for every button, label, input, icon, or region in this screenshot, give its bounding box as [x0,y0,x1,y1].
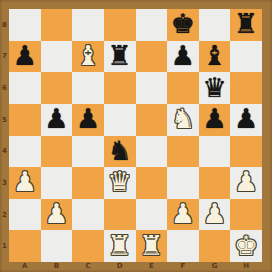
square-g4[interactable] [199,136,231,168]
square-f6[interactable] [167,72,199,104]
square-b8[interactable] [41,9,73,41]
rank-label-6: 6 [0,72,9,104]
file-label-c: C [72,262,104,272]
square-d4[interactable]: ♞ [104,136,136,168]
rank-label-4: 4 [0,136,9,168]
square-f4[interactable] [167,136,199,168]
square-h7[interactable] [230,41,262,73]
square-d6[interactable] [104,72,136,104]
piece-black-pawn[interactable]: ♟ [44,105,68,132]
square-g5[interactable]: ♟ [199,104,231,136]
chess-board: ♚♜♟♝♜♟♝♛♟♟♞♟♟♞♟♛♟♟♟♟♜♜♚ [9,9,262,262]
file-label-e: E [136,262,168,272]
piece-black-queen[interactable]: ♛ [202,74,226,101]
square-b5[interactable]: ♟ [41,104,73,136]
square-b7[interactable] [41,41,73,73]
square-c3[interactable] [72,167,104,199]
square-d7[interactable]: ♜ [104,41,136,73]
file-labels: ABCDEFGH [9,262,262,272]
piece-white-king[interactable]: ♚ [234,232,258,259]
square-b3[interactable] [41,167,73,199]
square-d8[interactable] [104,9,136,41]
piece-white-pawn[interactable]: ♟ [202,200,226,227]
rank-label-1: 1 [0,230,9,262]
file-label-g: G [199,262,231,272]
square-f8[interactable]: ♚ [167,9,199,41]
square-c2[interactable] [72,199,104,231]
piece-black-king[interactable]: ♚ [171,10,195,37]
piece-black-pawn[interactable]: ♟ [171,42,195,69]
file-label-h: H [230,262,262,272]
file-label-a: A [9,262,41,272]
square-a2[interactable] [9,199,41,231]
square-e5[interactable] [136,104,168,136]
square-a8[interactable] [9,9,41,41]
square-a1[interactable] [9,230,41,262]
square-h1[interactable]: ♚ [230,230,262,262]
square-g2[interactable]: ♟ [199,199,231,231]
square-h4[interactable] [230,136,262,168]
square-e1[interactable]: ♜ [136,230,168,262]
square-g7[interactable]: ♝ [199,41,231,73]
square-f1[interactable] [167,230,199,262]
square-b1[interactable] [41,230,73,262]
square-c4[interactable] [72,136,104,168]
square-e4[interactable] [136,136,168,168]
piece-black-pawn[interactable]: ♟ [202,105,226,132]
rank-label-8: 8 [0,9,9,41]
square-g6[interactable]: ♛ [199,72,231,104]
rank-label-2: 2 [0,199,9,231]
square-d2[interactable] [104,199,136,231]
square-h3[interactable]: ♟ [230,167,262,199]
piece-black-pawn[interactable]: ♟ [234,105,258,132]
square-e2[interactable] [136,199,168,231]
piece-black-pawn[interactable]: ♟ [13,42,37,69]
square-f5[interactable]: ♞ [167,104,199,136]
square-e3[interactable] [136,167,168,199]
piece-white-rook[interactable]: ♜ [108,232,132,259]
piece-white-pawn[interactable]: ♟ [171,200,195,227]
square-h8[interactable]: ♜ [230,9,262,41]
square-c5[interactable]: ♟ [72,104,104,136]
piece-white-pawn[interactable]: ♟ [13,168,37,195]
square-e7[interactable] [136,41,168,73]
piece-white-bishop[interactable]: ♝ [76,42,100,69]
square-f7[interactable]: ♟ [167,41,199,73]
square-d3[interactable]: ♛ [104,167,136,199]
piece-black-knight[interactable]: ♞ [108,137,132,164]
square-a4[interactable] [9,136,41,168]
square-e8[interactable] [136,9,168,41]
square-a3[interactable]: ♟ [9,167,41,199]
square-c7[interactable]: ♝ [72,41,104,73]
file-label-b: B [41,262,73,272]
piece-white-pawn[interactable]: ♟ [234,168,258,195]
piece-white-pawn[interactable]: ♟ [44,200,68,227]
square-b2[interactable]: ♟ [41,199,73,231]
file-label-d: D [104,262,136,272]
piece-black-pawn[interactable]: ♟ [76,105,100,132]
piece-white-knight[interactable]: ♞ [171,105,195,132]
square-a7[interactable]: ♟ [9,41,41,73]
piece-black-rook[interactable]: ♜ [108,42,132,69]
square-g3[interactable] [199,167,231,199]
piece-black-rook[interactable]: ♜ [234,10,258,37]
square-d5[interactable] [104,104,136,136]
square-d1[interactable]: ♜ [104,230,136,262]
square-b4[interactable] [41,136,73,168]
piece-white-rook[interactable]: ♜ [139,232,163,259]
square-g1[interactable] [199,230,231,262]
rank-label-7: 7 [0,41,9,73]
chess-board-frame: 87654321 ♚♜♟♝♜♟♝♛♟♟♞♟♟♞♟♛♟♟♟♟♜♜♚ ABCDEFG… [0,0,272,272]
piece-black-bishop[interactable]: ♝ [202,42,226,69]
square-c6[interactable] [72,72,104,104]
square-h6[interactable] [230,72,262,104]
rank-label-5: 5 [0,104,9,136]
piece-white-queen[interactable]: ♛ [108,168,132,195]
square-f3[interactable] [167,167,199,199]
square-c1[interactable] [72,230,104,262]
square-h2[interactable] [230,199,262,231]
rank-label-3: 3 [0,167,9,199]
square-b6[interactable] [41,72,73,104]
square-a5[interactable] [9,104,41,136]
square-g8[interactable] [199,9,231,41]
square-a6[interactable] [9,72,41,104]
rank-labels: 87654321 [0,9,9,262]
square-c8[interactable] [72,9,104,41]
file-label-f: F [167,262,199,272]
square-e6[interactable] [136,72,168,104]
square-f2[interactable]: ♟ [167,199,199,231]
square-h5[interactable]: ♟ [230,104,262,136]
